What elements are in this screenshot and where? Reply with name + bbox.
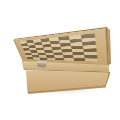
board-square bbox=[74, 58, 86, 61]
chessboard-surface bbox=[14, 27, 109, 65]
chess-box-photo bbox=[0, 0, 120, 120]
board-square bbox=[85, 58, 98, 61]
latch-catch bbox=[37, 64, 46, 67]
chessboard-grid bbox=[20, 33, 98, 61]
board-square bbox=[64, 58, 75, 61]
metal-clasp-latch bbox=[36, 60, 49, 69]
